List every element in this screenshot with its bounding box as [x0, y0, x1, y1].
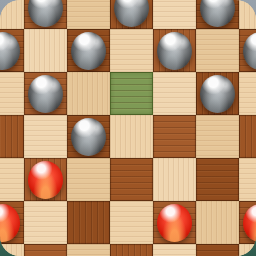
- square-r2-c5[interactable]: [196, 72, 239, 115]
- checker-piece-silver[interactable]: [157, 32, 192, 70]
- square-r5-c2[interactable]: [67, 201, 110, 244]
- checker-piece-red[interactable]: [243, 204, 256, 242]
- checker-piece-silver[interactable]: [114, 0, 149, 27]
- square-r4-c5[interactable]: [196, 158, 239, 201]
- square-r2-c6[interactable]: [239, 72, 256, 115]
- square-r4-c0[interactable]: [0, 158, 24, 201]
- board-grid: [0, 0, 256, 256]
- checker-piece-silver[interactable]: [71, 118, 106, 156]
- checker-piece-red[interactable]: [0, 204, 20, 242]
- checkers-board: [0, 0, 256, 256]
- square-r0-c2[interactable]: [67, 0, 110, 29]
- square-r3-c2[interactable]: [67, 115, 110, 158]
- square-r0-c1[interactable]: [24, 0, 67, 29]
- square-r1-c1[interactable]: [24, 29, 67, 72]
- checker-piece-red[interactable]: [157, 204, 192, 242]
- checker-piece-red[interactable]: [28, 161, 63, 199]
- square-r2-c2[interactable]: [67, 72, 110, 115]
- square-r0-c4[interactable]: [153, 0, 196, 29]
- square-r3-c4[interactable]: [153, 115, 196, 158]
- square-r0-c5[interactable]: [196, 0, 239, 29]
- square-r4-c4[interactable]: [153, 158, 196, 201]
- square-r6-c0[interactable]: [0, 244, 24, 256]
- square-r5-c1[interactable]: [24, 201, 67, 244]
- square-r6-c2[interactable]: [67, 244, 110, 256]
- square-r4-c6[interactable]: [239, 158, 256, 201]
- square-r0-c6[interactable]: [239, 0, 256, 29]
- square-r0-c3[interactable]: [110, 0, 153, 29]
- square-r0-c0[interactable]: [0, 0, 24, 29]
- square-r6-c6[interactable]: [239, 244, 256, 256]
- square-r6-c5[interactable]: [196, 244, 239, 256]
- checker-piece-silver[interactable]: [28, 75, 63, 113]
- checker-piece-silver[interactable]: [200, 0, 235, 27]
- checker-piece-silver[interactable]: [243, 32, 256, 70]
- square-r1-c0[interactable]: [0, 29, 24, 72]
- square-r1-c5[interactable]: [196, 29, 239, 72]
- square-r5-c0[interactable]: [0, 201, 24, 244]
- square-r3-c6[interactable]: [239, 115, 256, 158]
- square-r5-c3[interactable]: [110, 201, 153, 244]
- app-icon-checkers: [0, 0, 256, 256]
- square-r2-c1[interactable]: [24, 72, 67, 115]
- square-r3-c0[interactable]: [0, 115, 24, 158]
- square-r1-c2[interactable]: [67, 29, 110, 72]
- square-r3-c3[interactable]: [110, 115, 153, 158]
- square-r5-c6[interactable]: [239, 201, 256, 244]
- square-r1-c4[interactable]: [153, 29, 196, 72]
- square-r5-c5[interactable]: [196, 201, 239, 244]
- square-r1-c3[interactable]: [110, 29, 153, 72]
- square-r6-c4[interactable]: [153, 244, 196, 256]
- square-r4-c1[interactable]: [24, 158, 67, 201]
- square-r3-c5[interactable]: [196, 115, 239, 158]
- checker-piece-silver[interactable]: [28, 0, 63, 27]
- checker-piece-silver[interactable]: [0, 32, 20, 70]
- square-r1-c6[interactable]: [239, 29, 256, 72]
- checker-piece-silver[interactable]: [200, 75, 235, 113]
- square-r2-c0[interactable]: [0, 72, 24, 115]
- square-r3-c1[interactable]: [24, 115, 67, 158]
- highlighted-square[interactable]: [110, 72, 153, 115]
- square-r4-c2[interactable]: [67, 158, 110, 201]
- square-r6-c3[interactable]: [110, 244, 153, 256]
- square-r4-c3[interactable]: [110, 158, 153, 201]
- square-r6-c1[interactable]: [24, 244, 67, 256]
- checker-piece-silver[interactable]: [71, 32, 106, 70]
- square-r5-c4[interactable]: [153, 201, 196, 244]
- square-r2-c4[interactable]: [153, 72, 196, 115]
